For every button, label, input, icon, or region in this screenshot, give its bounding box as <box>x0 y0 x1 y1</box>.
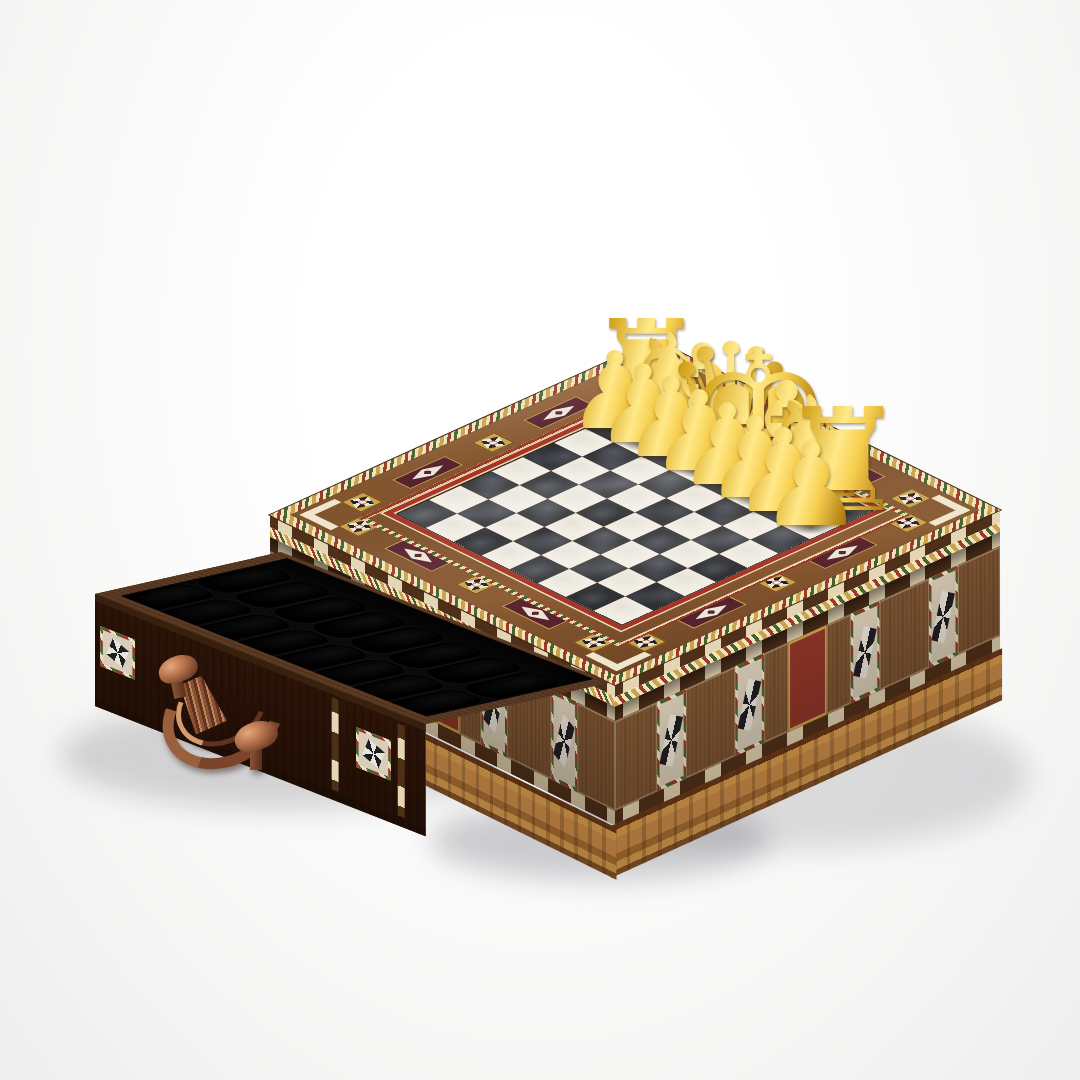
piece-slot-empty <box>343 625 452 656</box>
piece-slot-empty <box>419 655 528 686</box>
side-wood-panel <box>827 614 851 715</box>
piece-slot-empty <box>228 580 337 611</box>
piece-slot-empty <box>304 610 413 641</box>
side-wood-panel <box>764 642 788 743</box>
side-star-mosaic-panel <box>929 565 958 668</box>
star-inlay <box>100 626 135 680</box>
side-star-mosaic-panel <box>735 653 764 756</box>
side-star-mosaic-panel <box>551 690 577 793</box>
dash-inlay <box>398 723 405 818</box>
dash-inlay <box>332 697 339 792</box>
side-star-mosaic-panel <box>657 689 686 792</box>
side-star-mosaic-panel <box>851 601 880 704</box>
product-photo-scene: ♜♜♞♞♟♟♝♝♟♟♛♛♟♟♚♚♟♟♝♝♟♟♞♞♟♟♜♜♟♟♟♟ <box>0 0 1080 1080</box>
piece-slot-empty <box>381 640 490 671</box>
piece-slot-empty <box>190 564 299 595</box>
star-inlay <box>356 727 391 781</box>
piece-slot-empty <box>121 582 221 613</box>
piece-slot-empty <box>266 595 375 626</box>
piece-slot-empty <box>457 670 566 701</box>
